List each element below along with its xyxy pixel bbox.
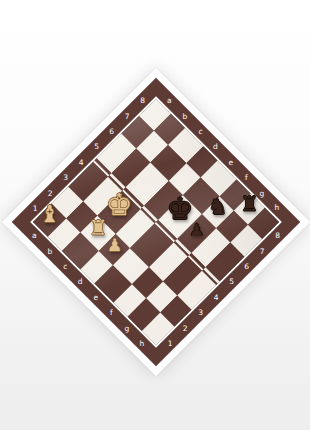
coordinate-label: 8	[137, 90, 147, 112]
coordinate-label: 2	[180, 317, 190, 339]
coordinate-label: 4	[76, 151, 86, 173]
piece-white-pawn: ♟	[107, 235, 122, 255]
coordinate-label: h	[131, 338, 153, 348]
piece-black-rook: ♜	[240, 192, 259, 216]
piece-white-rook: ♜	[89, 216, 108, 240]
coordinate-label: e	[85, 292, 107, 302]
piece-black-pawn: ♟	[189, 219, 204, 239]
coordinate-label: b	[39, 246, 61, 256]
coordinate-label: 4	[211, 286, 221, 308]
coordinate-label: 7	[257, 240, 267, 262]
coordinate-label: 5	[91, 136, 101, 158]
coordinate-label: 7	[122, 105, 132, 127]
board-border-band: ♜♞♚♟♚♜♟♝ abcdefgh abcdefgh 87654321 8765…	[12, 78, 300, 366]
coordinate-label: 6	[242, 256, 252, 278]
coordinate-label: e	[220, 157, 242, 167]
coordinate-label: 1	[165, 332, 175, 354]
piece-white-king: ♚	[105, 187, 132, 222]
coordinate-label: d	[70, 277, 92, 287]
coordinate-label: 6	[107, 121, 117, 143]
border-pinstripe: ♜♞♚♟♚♜♟♝	[30, 96, 282, 348]
coordinate-label: f	[101, 308, 123, 318]
coordinate-label: 3	[60, 167, 70, 189]
coordinate-label: c	[190, 126, 212, 136]
coordinate-label: g	[116, 323, 138, 333]
coordinate-label: b	[174, 111, 196, 121]
chessboard-sheet: ♜♞♚♟♚♜♟♝ abcdefgh abcdefgh 87654321 8765…	[2, 68, 310, 376]
piece-black-knight: ♞	[208, 194, 228, 219]
coordinate-label: h	[266, 203, 288, 213]
chess-grid: ♜♞♚♟♚♜♟♝	[33, 99, 279, 345]
coordinate-label: d	[205, 142, 227, 152]
coordinate-label: c	[55, 261, 77, 271]
coordinate-label: f	[236, 173, 258, 183]
piece-white-bishop: ♝	[39, 201, 60, 227]
coordinate-label: 3	[195, 302, 205, 324]
coordinate-label: 5	[226, 271, 236, 293]
coordinate-label: 8	[272, 225, 282, 247]
coordinate-label: a	[159, 96, 181, 106]
product-photo: ♜♞♚♟♚♜♟♝ abcdefgh abcdefgh 87654321 8765…	[0, 0, 310, 430]
coordinate-label: a	[24, 231, 46, 241]
